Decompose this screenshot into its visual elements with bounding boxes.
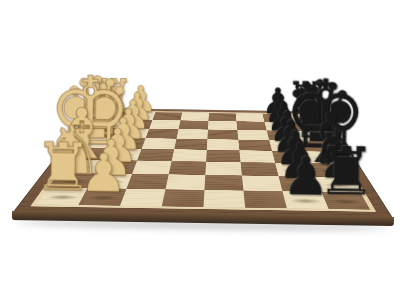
piece-shadow [44,194,79,200]
piece-shadow [114,142,141,146]
piece-black-rook-a8: ♜ [276,35,335,119]
piece-shadow [56,179,89,184]
piece-shadow [108,153,136,157]
piece-white-pawn-a2: ♟ [111,33,170,117]
piece-shadow [297,126,321,129]
piece-shadow [94,179,126,184]
piece-shadow [124,123,148,126]
piece-shadow [301,135,326,138]
piece-shadow [266,117,289,120]
piece-shadow [315,169,345,174]
piece-shadow [89,132,115,135]
piece-shadow [322,183,354,188]
piece-shadow [95,123,119,126]
scene: ♜♞♝♛♚♝♞♜♟♟♟♟♟♟♟♟♟♟♟♟♟♟♟♟♜♞♝♛♚♝♞♜ [0,0,400,300]
piece-shadow [274,144,300,148]
piece-shadow [129,115,152,118]
piece-shadow [288,198,322,204]
piece-shadow [277,156,305,160]
piece-shadow [82,141,109,145]
piece-shadow [65,165,96,169]
piece-shadow [271,134,296,137]
piece-shadow [329,199,364,205]
piece-shadow [101,165,131,169]
piece-shadow [74,152,103,156]
piece-shadow [85,195,119,201]
piece-shadow [280,168,310,173]
piece-shadow [268,125,292,128]
piece-white-rook-a1: ♜ [84,32,143,116]
piece-shadow [284,182,316,187]
chess-board: ♜♞♝♛♚♝♞♜♟♟♟♟♟♟♟♟♟♟♟♟♟♟♟♟♜♞♝♛♚♝♞♜ [13,108,393,218]
piece-shadow [101,115,124,118]
board-perspective-stage: ♜♞♝♛♚♝♞♜♟♟♟♟♟♟♟♟♟♟♟♟♟♟♟♟♜♞♝♛♚♝♞♜ [13,0,399,218]
piece-shadow [305,145,332,149]
piece-shadow [293,118,316,121]
piece-shadow [310,156,338,160]
piece-black-pawn-a7: ♟ [249,35,308,119]
piece-shadow [119,132,144,135]
